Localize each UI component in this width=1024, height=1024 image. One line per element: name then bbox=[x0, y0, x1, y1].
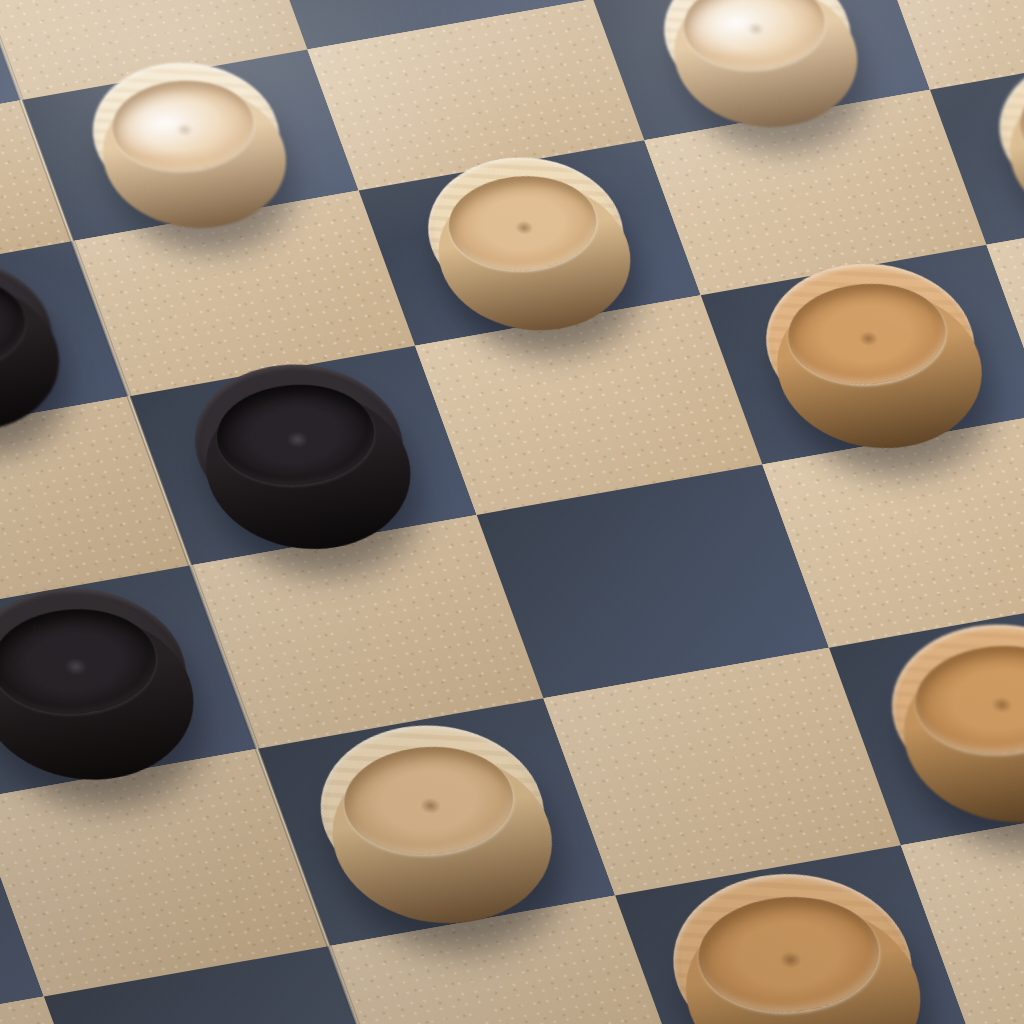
light-wood-checker bbox=[295, 709, 571, 914]
black-checker bbox=[0, 243, 75, 422]
black-checker bbox=[0, 572, 211, 771]
light-wood-checker bbox=[866, 608, 1024, 813]
light-wood-checker bbox=[642, 0, 872, 118]
checkers-photo-scene bbox=[0, 0, 1024, 1024]
board bbox=[0, 0, 1024, 1024]
